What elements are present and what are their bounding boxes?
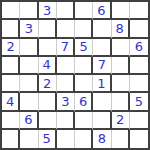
- cell-r8c7[interactable]: [112, 130, 130, 148]
- cell-r5c2[interactable]: [20, 75, 38, 93]
- cell-r8c8[interactable]: [130, 130, 148, 148]
- cell-r6c6[interactable]: [93, 93, 111, 111]
- cell-r3c1[interactable]: 2: [2, 39, 20, 57]
- cell-r4c5[interactable]: [75, 57, 93, 75]
- cell-r8c1[interactable]: [2, 130, 20, 148]
- cell-r5c7[interactable]: [112, 75, 130, 93]
- cell-r4c8[interactable]: [130, 57, 148, 75]
- cell-r4c3[interactable]: 4: [39, 57, 57, 75]
- cell-r5c6[interactable]: 1: [93, 75, 111, 93]
- cell-r1c1[interactable]: [2, 2, 20, 20]
- cell-r6c8[interactable]: 5: [130, 93, 148, 111]
- cell-r4c6[interactable]: 7: [93, 57, 111, 75]
- cell-r7c4[interactable]: [57, 112, 75, 130]
- cell-r3c6[interactable]: [93, 39, 111, 57]
- cell-r5c8[interactable]: [130, 75, 148, 93]
- cell-r2c4[interactable]: [57, 20, 75, 38]
- cell-r5c3[interactable]: 2: [39, 75, 57, 93]
- cell-r3c7[interactable]: [112, 39, 130, 57]
- cell-r6c4[interactable]: 3: [57, 93, 75, 111]
- cell-r8c3[interactable]: 5: [39, 130, 57, 148]
- cell-r2c8[interactable]: [130, 20, 148, 38]
- cell-r1c6[interactable]: 6: [93, 2, 111, 20]
- sudoku-board: 36382756472143656258: [0, 0, 150, 150]
- cell-r1c3[interactable]: 3: [39, 2, 57, 20]
- cell-r5c5[interactable]: [75, 75, 93, 93]
- cell-r8c2[interactable]: [20, 130, 38, 148]
- cell-r1c8[interactable]: [130, 2, 148, 20]
- cell-r1c4[interactable]: [57, 2, 75, 20]
- cell-r1c5[interactable]: [75, 2, 93, 20]
- cell-r7c2[interactable]: 6: [20, 112, 38, 130]
- cell-r8c5[interactable]: [75, 130, 93, 148]
- cell-r4c2[interactable]: [20, 57, 38, 75]
- cell-r4c7[interactable]: [112, 57, 130, 75]
- cell-r7c7[interactable]: 2: [112, 112, 130, 130]
- cell-r2c5[interactable]: [75, 20, 93, 38]
- cell-r6c7[interactable]: [112, 93, 130, 111]
- cell-r6c5[interactable]: 6: [75, 93, 93, 111]
- cell-r1c2[interactable]: [20, 2, 38, 20]
- cell-r3c2[interactable]: [20, 39, 38, 57]
- cell-r6c2[interactable]: [20, 93, 38, 111]
- cell-r3c4[interactable]: 7: [57, 39, 75, 57]
- cell-r2c3[interactable]: [39, 20, 57, 38]
- cell-r3c8[interactable]: 6: [130, 39, 148, 57]
- cell-r2c7[interactable]: 8: [112, 20, 130, 38]
- cell-r1c7[interactable]: [112, 2, 130, 20]
- cell-r6c3[interactable]: [39, 93, 57, 111]
- cell-r7c8[interactable]: [130, 112, 148, 130]
- cell-r8c4[interactable]: [57, 130, 75, 148]
- cell-r7c3[interactable]: [39, 112, 57, 130]
- cell-r7c5[interactable]: [75, 112, 93, 130]
- cell-r2c2[interactable]: 3: [20, 20, 38, 38]
- cell-r5c4[interactable]: [57, 75, 75, 93]
- cell-r5c1[interactable]: [2, 75, 20, 93]
- cell-r7c6[interactable]: [93, 112, 111, 130]
- cell-r3c3[interactable]: [39, 39, 57, 57]
- cell-r8c6[interactable]: 8: [93, 130, 111, 148]
- cell-r3c5[interactable]: 5: [75, 39, 93, 57]
- cell-r4c1[interactable]: [2, 57, 20, 75]
- cell-r4c4[interactable]: [57, 57, 75, 75]
- cell-r2c1[interactable]: [2, 20, 20, 38]
- cell-r2c6[interactable]: [93, 20, 111, 38]
- cell-r7c1[interactable]: [2, 112, 20, 130]
- cell-r6c1[interactable]: 4: [2, 93, 20, 111]
